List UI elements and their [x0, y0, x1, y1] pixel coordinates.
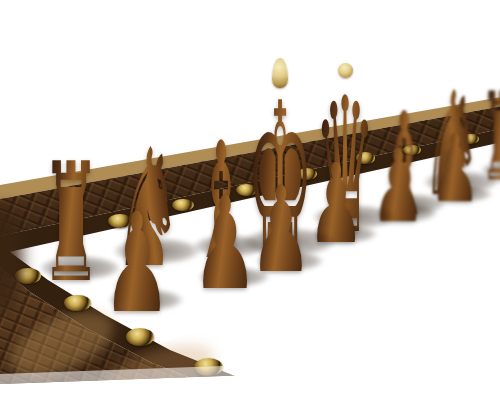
- chess-set-photo: Handcrafted carved walnut chess set on a…: [0, 0, 500, 400]
- brass-medallion: [194, 358, 223, 376]
- amber-finial-ball: [338, 63, 353, 78]
- chess-piece-glyph: ♟: [192, 179, 258, 307]
- chess-piece-glyph: ♟: [103, 195, 172, 333]
- brass-medallion: [262, 382, 292, 400]
- chess-piece-glyph: ♜: [41, 142, 101, 307]
